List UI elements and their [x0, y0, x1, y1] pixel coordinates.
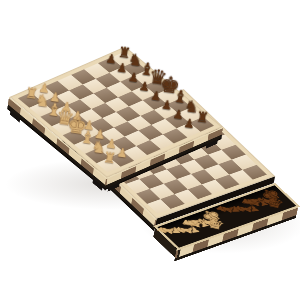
- drawer-piece-light-n: ♞: [179, 216, 199, 229]
- drawer-piece-light-p: ♟: [178, 226, 192, 234]
- drawer-piece-light-p: ♟: [182, 225, 197, 235]
- drawer-piece-dark-p: ♟: [213, 204, 229, 214]
- drawer-piece-light-k: ♚: [197, 207, 226, 225]
- drawer-piece-dark-r: ♜: [259, 195, 275, 206]
- drawer-piece-dark-r: ♜: [263, 195, 281, 206]
- drawer-piece-dark-p: ♟: [247, 204, 261, 213]
- board-square: [232, 155, 256, 170]
- drawer-piece-light-p: ♟: [170, 226, 183, 234]
- drawer-piece-dark-p: ♟: [241, 204, 256, 214]
- drawer-piece-light-p: ♟: [160, 227, 173, 234]
- drawer-piece-light-r: ♜: [203, 216, 221, 227]
- drawer-piece-dark-p: ♟: [237, 205, 251, 213]
- drawer-piece-dark-p: ♟: [229, 205, 242, 213]
- drawer-piece-dark-p: ♟: [223, 204, 238, 214]
- drawer-piece-light-b: ♝: [192, 216, 213, 229]
- drawer-piece-dark-b: ♝: [252, 195, 273, 208]
- drawer-piece-dark-p: ♟: [232, 204, 248, 214]
- drawer-piece-light-p: ♟: [172, 225, 188, 235]
- drawer-piece-light-r: ♜: [199, 217, 215, 228]
- drawer-piece-light-n: ♞: [184, 217, 204, 228]
- drawer-piece-dark-n: ♞: [243, 196, 263, 207]
- drawer-piece-dark-b: ♝: [248, 195, 267, 209]
- drawer-piece-light-b: ♝: [188, 216, 207, 230]
- drawer-piece-light-q: ♛: [205, 216, 226, 232]
- drawer-piece-dark-k: ♚: [257, 186, 286, 204]
- drawer-piece-light-p: ♟: [187, 226, 201, 235]
- chess-piece-black-r: ♜: [111, 44, 139, 61]
- drawer-piece-dark-p: ♟: [220, 206, 233, 213]
- drawer-piece-dark-n: ♞: [238, 195, 258, 208]
- product-photo: ♚♛♜♜♝♝♞♞♟♟♟♟♟♟♟♟♚♛♜♜♝♝♞♞♟♟♟♟♟♟♟♟ ♜♞♝♛♚♝♞…: [0, 0, 300, 300]
- drawer-piece-dark-q: ♛: [265, 195, 286, 211]
- board-foot: [10, 110, 20, 123]
